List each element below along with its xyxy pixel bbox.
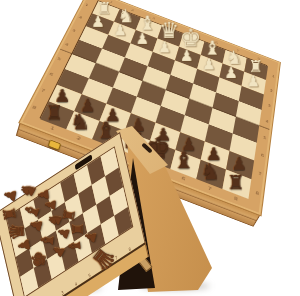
coordinate-mark: 3 <box>61 289 64 296</box>
folded-board-scene: 12345678 ♟♞♟♜♝♟♛♟♞♜♟♝♟♜♚♟♝♟♛ <box>0 118 230 296</box>
chess-set-product-photo: 12345678 12345678 12345678 12345678 ♜♞♝♛… <box>0 0 300 296</box>
coordinate-mark: 6 <box>49 71 54 76</box>
coordinate-mark: 8 <box>234 195 238 201</box>
pile-rook: ♜ <box>1 206 19 223</box>
coordinate-mark: 4 <box>65 42 70 47</box>
coordinate-mark: 2 <box>270 88 273 93</box>
coordinate-mark: 1 <box>272 74 275 78</box>
pile-rook: ♜ <box>61 208 78 224</box>
coordinate-mark: 5 <box>88 272 91 279</box>
coordinate-mark: 3 <box>268 103 271 108</box>
coordinate-mark: 7 <box>258 170 262 176</box>
coordinate-mark: 5 <box>263 135 267 140</box>
coordinate-mark: 8 <box>256 190 260 196</box>
coordinate-mark: 5 <box>57 56 62 61</box>
pile-king: ♚ <box>27 249 49 270</box>
coordinate-mark: 3 <box>72 28 77 32</box>
coordinate-mark: 6 <box>261 152 265 157</box>
coordinate-mark: 4 <box>74 281 77 288</box>
coordinate-mark: 8 <box>128 246 131 253</box>
coordinate-mark: 4 <box>265 118 268 123</box>
